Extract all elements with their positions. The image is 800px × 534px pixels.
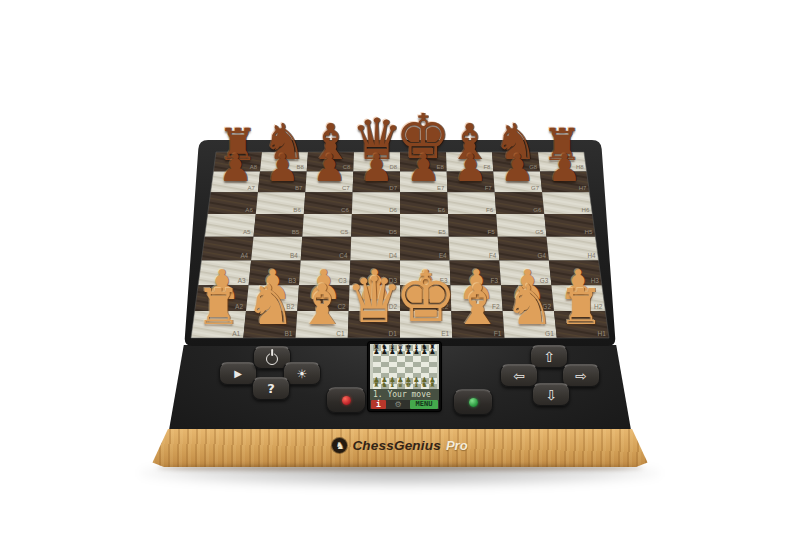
gear-icon: ⚙ bbox=[394, 401, 401, 409]
arrow-up-icon: ⇧ bbox=[543, 350, 555, 364]
arrow-down-button[interactable]: ⇩ bbox=[532, 383, 570, 406]
green-button[interactable] bbox=[453, 389, 493, 415]
square-label: H4 bbox=[588, 252, 597, 259]
red-dot-icon bbox=[342, 396, 351, 405]
square-label: A4 bbox=[240, 252, 248, 259]
arrow-right-icon: ⇨ bbox=[575, 369, 587, 383]
lcd-square: ♝ bbox=[389, 384, 397, 390]
menu-softkey[interactable]: MENU bbox=[410, 400, 438, 409]
lcd-piece: ♟ bbox=[429, 349, 437, 356]
arrow-left-button[interactable]: ⇦ bbox=[500, 364, 538, 387]
green-dot-icon bbox=[469, 398, 478, 407]
white-rook-h1[interactable]: ♜ bbox=[536, 283, 626, 333]
square-label: G6 bbox=[533, 206, 542, 213]
lcd-square: ♞ bbox=[381, 384, 389, 390]
brand-logo: ♞ ChessGenius Pro bbox=[0, 438, 800, 453]
lcd-piece: ♛ bbox=[397, 382, 405, 389]
lcd-display: ♜♞♝♛♚♝♞♜♟♟♟♟♟♟♟♟♟♟♟♟♟♟♟♟♜♞♝♛♚♝♞♜ 1. Your… bbox=[370, 344, 439, 409]
arrow-left-icon: ⇦ bbox=[513, 369, 525, 383]
square-label: C5 bbox=[340, 228, 348, 235]
knight-logo-icon: ♞ bbox=[332, 438, 347, 453]
square-label: G5 bbox=[535, 228, 544, 235]
square-label: H5 bbox=[584, 228, 592, 235]
square-label: E5 bbox=[438, 228, 446, 235]
arrow-down-icon: ⇩ bbox=[545, 388, 557, 402]
square-label: E6 bbox=[438, 206, 446, 213]
square-label: C4 bbox=[339, 252, 348, 259]
question-icon: ? bbox=[267, 382, 275, 395]
lcd-softkey-bar: i ⚙ MENU bbox=[370, 400, 439, 409]
lcd-piece: ♝ bbox=[389, 382, 397, 389]
square-label: B5 bbox=[292, 228, 300, 235]
lcd-square: ♚ bbox=[405, 384, 413, 390]
lcd-piece: ♞ bbox=[381, 382, 389, 389]
square-label: A5 bbox=[243, 228, 251, 235]
lcd-piece: ♟ bbox=[389, 349, 397, 356]
lcd-square: ♛ bbox=[397, 384, 405, 390]
square-label: D6 bbox=[389, 206, 397, 213]
lcd-piece: ♟ bbox=[397, 349, 405, 356]
lcd-screen: ♜♞♝♛♚♝♞♜♟♟♟♟♟♟♟♟♟♟♟♟♟♟♟♟♜♞♝♛♚♝♞♜ 1. Your… bbox=[368, 342, 441, 411]
arrow-right-button[interactable]: ⇨ bbox=[562, 364, 600, 387]
brand-suffix: Pro bbox=[446, 438, 468, 453]
lcd-piece: ♜ bbox=[429, 382, 437, 389]
square-label: F6 bbox=[486, 206, 494, 213]
lcd-status-line: 1. Your move bbox=[370, 389, 439, 400]
product-photo-stage: A8B8C8D8E8F8G8H8A7B7C7D7E7F7G7H7A6B6C6D6… bbox=[0, 0, 800, 534]
brand-name: ChessGenius bbox=[352, 438, 440, 453]
lcd-piece: ♟ bbox=[421, 349, 429, 356]
red-button[interactable] bbox=[326, 387, 366, 413]
square-label: D5 bbox=[389, 228, 397, 235]
square-label: B6 bbox=[293, 206, 301, 213]
square-label: G4 bbox=[537, 252, 546, 259]
info-softkey[interactable]: i bbox=[371, 400, 386, 409]
play-icon: ▶ bbox=[234, 369, 242, 379]
lcd-piece: ♜ bbox=[373, 382, 381, 389]
lcd-square: ♞ bbox=[421, 384, 429, 390]
lcd-piece: ♟ bbox=[381, 349, 389, 356]
power-icon bbox=[266, 353, 278, 365]
black-pawn-h7[interactable]: ♟ bbox=[520, 150, 610, 188]
lcd-square: ♜ bbox=[373, 384, 381, 390]
square-label: B4 bbox=[290, 252, 298, 259]
lcd-mini-board: ♜♞♝♛♚♝♞♜♟♟♟♟♟♟♟♟♟♟♟♟♟♟♟♟♜♞♝♛♚♝♞♜ bbox=[373, 345, 437, 389]
square-label: A6 bbox=[245, 206, 253, 213]
arrow-up-button[interactable]: ⇧ bbox=[530, 345, 568, 368]
light-icon: ☀ bbox=[297, 368, 308, 380]
lcd-square: ♜ bbox=[429, 384, 437, 390]
play-button[interactable]: ▶ bbox=[219, 362, 257, 385]
lcd-piece: ♟ bbox=[413, 349, 421, 356]
square-label: H6 bbox=[582, 206, 590, 213]
square-label: F4 bbox=[489, 252, 497, 259]
lcd-square: ♝ bbox=[413, 384, 421, 390]
lcd-piece: ♟ bbox=[405, 349, 413, 356]
help-button[interactable]: ? bbox=[252, 377, 290, 400]
lcd-piece: ♚ bbox=[405, 382, 413, 389]
lcd-piece: ♝ bbox=[413, 382, 421, 389]
square-label: C6 bbox=[341, 206, 349, 213]
lcd-piece: ♟ bbox=[373, 349, 381, 356]
lcd-piece: ♞ bbox=[421, 382, 429, 389]
square-label: F5 bbox=[487, 228, 495, 235]
